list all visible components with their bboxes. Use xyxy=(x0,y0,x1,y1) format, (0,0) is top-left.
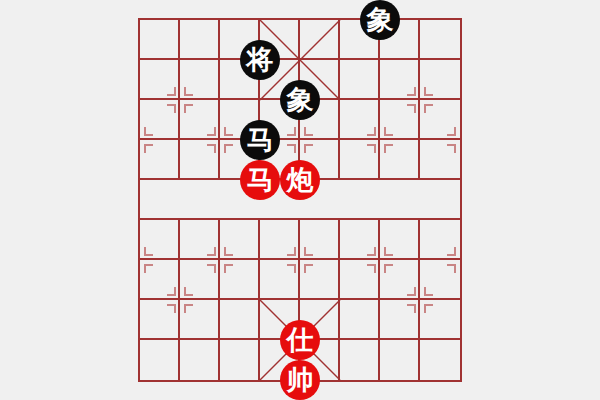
piece-glyph: 将 xyxy=(247,47,274,74)
board-cell[interactable] xyxy=(420,340,460,380)
board-cell[interactable] xyxy=(340,100,380,140)
piece-red-general[interactable]: 帅 xyxy=(280,360,320,400)
board-cell[interactable] xyxy=(380,300,420,340)
board-cell[interactable] xyxy=(140,340,180,380)
piece-black-elephant-1[interactable]: 象 xyxy=(360,0,400,40)
board-cell[interactable] xyxy=(420,140,460,180)
board-cell[interactable] xyxy=(260,260,300,300)
board-cell[interactable] xyxy=(140,300,180,340)
piece-glyph: 马 xyxy=(247,167,274,194)
piece-black-elephant-2[interactable]: 象 xyxy=(280,80,320,120)
board-cell[interactable] xyxy=(340,340,380,380)
board-cell[interactable] xyxy=(380,60,420,100)
piece-glyph: 象 xyxy=(367,7,394,34)
piece-red-horse[interactable]: 马 xyxy=(240,160,280,200)
board-cell[interactable] xyxy=(140,140,180,180)
board-cell[interactable] xyxy=(380,260,420,300)
piece-red-advisor[interactable]: 仕 xyxy=(280,320,320,360)
board-cell[interactable] xyxy=(180,180,220,220)
board-cell[interactable] xyxy=(260,220,300,260)
board-cell[interactable] xyxy=(380,140,420,180)
board-cell[interactable] xyxy=(140,260,180,300)
screen: 象将象马马炮仕帅 xyxy=(0,0,600,400)
board-cell[interactable] xyxy=(420,220,460,260)
board-cell[interactable] xyxy=(180,220,220,260)
board-cell[interactable] xyxy=(180,300,220,340)
board-cell[interactable] xyxy=(220,260,260,300)
board-cell[interactable] xyxy=(140,100,180,140)
board-cell[interactable] xyxy=(340,300,380,340)
board-cell[interactable] xyxy=(180,140,220,180)
piece-black-general[interactable]: 将 xyxy=(240,40,280,80)
board-cell[interactable] xyxy=(340,60,380,100)
board-cell[interactable] xyxy=(380,100,420,140)
board-cell[interactable] xyxy=(180,20,220,60)
board-cell[interactable] xyxy=(420,100,460,140)
board-cell[interactable] xyxy=(420,260,460,300)
board-cell[interactable] xyxy=(420,20,460,60)
board-cell[interactable] xyxy=(420,60,460,100)
piece-glyph: 炮 xyxy=(287,167,314,194)
board-cell[interactable] xyxy=(420,300,460,340)
board-cell[interactable] xyxy=(420,180,460,220)
board-cell[interactable] xyxy=(380,180,420,220)
piece-glyph: 马 xyxy=(247,127,274,154)
piece-glyph: 帅 xyxy=(287,367,314,394)
board-cell[interactable] xyxy=(180,340,220,380)
board-cell[interactable] xyxy=(300,20,340,60)
board-cell[interactable] xyxy=(220,300,260,340)
board-cell[interactable] xyxy=(340,260,380,300)
piece-red-cannon[interactable]: 炮 xyxy=(280,160,320,200)
board-cell[interactable] xyxy=(140,20,180,60)
board-cell[interactable] xyxy=(140,220,180,260)
piece-glyph: 仕 xyxy=(287,327,314,354)
piece-black-horse[interactable]: 马 xyxy=(240,120,280,160)
board-cell[interactable] xyxy=(340,140,380,180)
piece-glyph: 象 xyxy=(287,87,314,114)
board-cell[interactable] xyxy=(220,220,260,260)
board-cell[interactable] xyxy=(340,220,380,260)
board-cell[interactable] xyxy=(180,260,220,300)
board-cell[interactable] xyxy=(180,60,220,100)
board-cell[interactable] xyxy=(340,180,380,220)
board-cell[interactable] xyxy=(140,180,180,220)
board-cell[interactable] xyxy=(300,220,340,260)
board-cell[interactable] xyxy=(380,220,420,260)
board-cell[interactable] xyxy=(140,60,180,100)
board-cell[interactable] xyxy=(300,260,340,300)
board-cell[interactable] xyxy=(180,100,220,140)
board-cell[interactable] xyxy=(220,340,260,380)
board-cell[interactable] xyxy=(380,340,420,380)
